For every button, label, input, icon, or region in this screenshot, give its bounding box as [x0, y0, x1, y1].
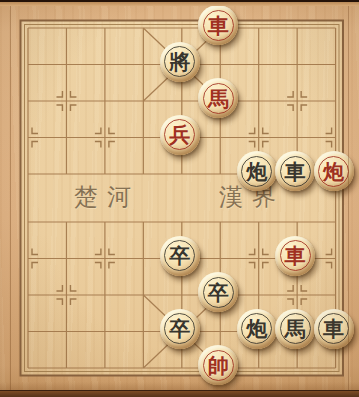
black-horse[interactable]: 馬: [275, 309, 315, 349]
black-cannon[interactable]: 炮: [237, 309, 277, 349]
board-point[interactable]: 兵: [163, 119, 201, 156]
board-point[interactable]: 卒: [163, 313, 201, 350]
red-horse[interactable]: 馬: [198, 78, 238, 118]
black-general[interactable]: 將: [160, 42, 200, 82]
board-point[interactable]: 炮: [239, 313, 277, 350]
board-point[interactable]: 卒: [201, 277, 239, 314]
black-chariot[interactable]: 車: [275, 151, 315, 191]
screen-edge-top-wood: [0, 2, 359, 6]
piece-character: 炮: [237, 309, 277, 349]
board-point[interactable]: 馬: [201, 83, 239, 120]
piece-character: 帥: [198, 345, 238, 385]
black-soldier[interactable]: 卒: [198, 272, 238, 312]
board-point[interactable]: 帥: [201, 350, 239, 387]
red-soldier[interactable]: 兵: [160, 115, 200, 155]
black-soldier[interactable]: 卒: [160, 236, 200, 276]
board-point[interactable]: 將: [163, 46, 201, 83]
piece-character: 馬: [198, 78, 238, 118]
board-point[interactable]: 炮: [239, 156, 277, 193]
table-seam-left: [10, 0, 11, 397]
board-point[interactable]: 車: [278, 240, 316, 277]
piece-character: 兵: [160, 115, 200, 155]
red-chariot[interactable]: 車: [198, 5, 238, 45]
piece-character: 卒: [160, 309, 200, 349]
table-edge-shadow: [0, 382, 359, 390]
red-general[interactable]: 帥: [198, 345, 238, 385]
board-point[interactable]: 車: [201, 10, 239, 47]
piece-character: 馬: [275, 309, 315, 349]
piece-character: 車: [275, 151, 315, 191]
board-point[interactable]: 車: [278, 156, 316, 193]
piece-character: 卒: [198, 272, 238, 312]
piece-character: 將: [160, 42, 200, 82]
black-cannon[interactable]: 炮: [237, 151, 277, 191]
piece-character: 車: [198, 5, 238, 45]
piece-character: 車: [275, 236, 315, 276]
red-chariot[interactable]: 車: [275, 236, 315, 276]
board-point[interactable]: 馬: [278, 313, 316, 350]
piece-character: 炮: [237, 151, 277, 191]
table-seam-right: [348, 0, 349, 397]
black-soldier[interactable]: 卒: [160, 309, 200, 349]
piece-character: 卒: [160, 236, 200, 276]
board-point[interactable]: 卒: [163, 240, 201, 277]
screen-edge-bottom: [0, 390, 359, 397]
board[interactable]: 車將馬兵炮車炮卒車卒卒炮馬車帥: [9, 10, 355, 387]
